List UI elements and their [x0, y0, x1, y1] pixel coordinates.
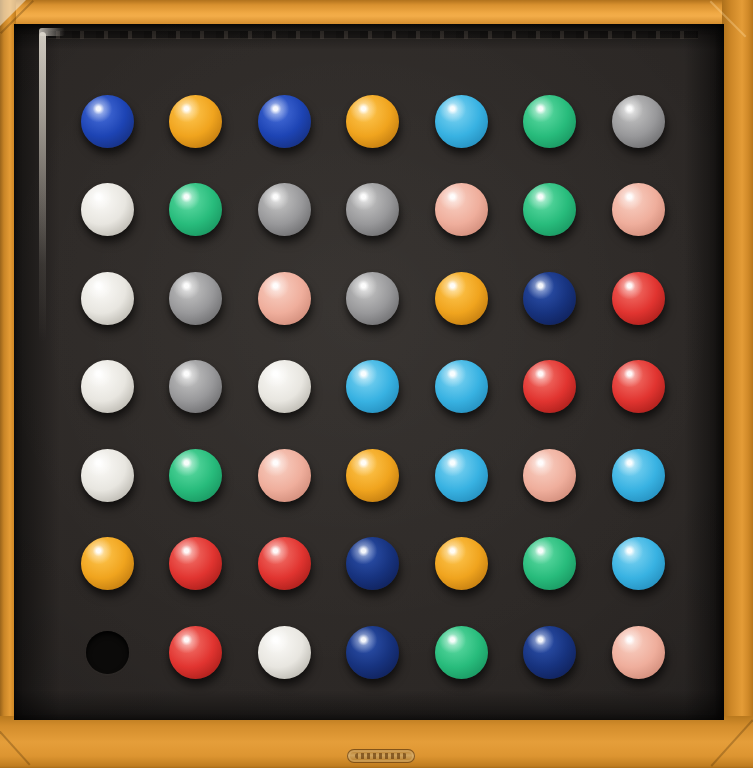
cell-r7c4[interactable]: [329, 608, 418, 697]
cell-r7c3[interactable]: [240, 608, 329, 697]
marble-green[interactable]: [435, 626, 488, 679]
marble-cyan[interactable]: [435, 95, 488, 148]
cell-r7c1[interactable]: [63, 608, 152, 697]
marble-blue[interactable]: [523, 626, 576, 679]
box-rim-right: [722, 0, 753, 768]
cell-r6c7[interactable]: [594, 520, 683, 609]
box-corner-highlight: [0, 0, 26, 26]
marble-white[interactable]: [258, 626, 311, 679]
cell-r1c2[interactable]: [152, 77, 241, 166]
marble-cyan[interactable]: [612, 537, 665, 590]
marble-gray[interactable]: [169, 360, 222, 413]
cell-r4c7[interactable]: [594, 343, 683, 432]
marble-green[interactable]: [169, 449, 222, 502]
marble-blue[interactable]: [346, 626, 399, 679]
marble-blue[interactable]: [346, 537, 399, 590]
cell-r6c1[interactable]: [63, 520, 152, 609]
cell-r7c2[interactable]: [152, 608, 241, 697]
marble-cyan[interactable]: [612, 449, 665, 502]
cell-r4c5[interactable]: [417, 343, 506, 432]
marble-yellow[interactable]: [81, 537, 134, 590]
marble-red[interactable]: [169, 626, 222, 679]
marble-white[interactable]: [81, 360, 134, 413]
marble-cyan[interactable]: [435, 360, 488, 413]
cell-r1c3[interactable]: [240, 77, 329, 166]
marble-cyan[interactable]: [435, 449, 488, 502]
cell-r4c4[interactable]: [329, 343, 418, 432]
cell-r3c4[interactable]: [329, 254, 418, 343]
marble-pink[interactable]: [612, 626, 665, 679]
cell-r1c7[interactable]: [594, 77, 683, 166]
marble-blue[interactable]: [523, 272, 576, 325]
marble-gray[interactable]: [346, 183, 399, 236]
cell-r5c4[interactable]: [329, 431, 418, 520]
cell-r4c2[interactable]: [152, 343, 241, 432]
embossed-oval-stamp-icon: [347, 749, 415, 763]
marble-yellow[interactable]: [169, 95, 222, 148]
cell-r3c6[interactable]: [506, 254, 595, 343]
marble-blue[interactable]: [258, 95, 311, 148]
cell-r3c3[interactable]: [240, 254, 329, 343]
box-rim-top: [0, 0, 753, 27]
cell-r3c5[interactable]: [417, 254, 506, 343]
cell-r5c5[interactable]: [417, 431, 506, 520]
cell-r7c7[interactable]: [594, 608, 683, 697]
cell-r6c5[interactable]: [417, 520, 506, 609]
cell-r3c7[interactable]: [594, 254, 683, 343]
marble-yellow[interactable]: [346, 449, 399, 502]
marble-white[interactable]: [258, 360, 311, 413]
marble-gray[interactable]: [612, 95, 665, 148]
cell-r5c7[interactable]: [594, 431, 683, 520]
cell-r6c3[interactable]: [240, 520, 329, 609]
cell-r2c6[interactable]: [506, 166, 595, 255]
cell-r2c4[interactable]: [329, 166, 418, 255]
marble-blue[interactable]: [81, 95, 134, 148]
marble-red[interactable]: [523, 360, 576, 413]
marble-grid: [63, 77, 683, 697]
marble-green[interactable]: [169, 183, 222, 236]
cell-r1c5[interactable]: [417, 77, 506, 166]
marble-green[interactable]: [523, 537, 576, 590]
marble-red[interactable]: [612, 360, 665, 413]
marble-red[interactable]: [258, 537, 311, 590]
marble-pink[interactable]: [435, 183, 488, 236]
cell-r4c1[interactable]: [63, 343, 152, 432]
marble-yellow[interactable]: [435, 272, 488, 325]
cell-r6c4[interactable]: [329, 520, 418, 609]
cell-r1c4[interactable]: [329, 77, 418, 166]
marble-red[interactable]: [612, 272, 665, 325]
cell-r5c6[interactable]: [506, 431, 595, 520]
cell-r3c1[interactable]: [63, 254, 152, 343]
cell-r1c6[interactable]: [506, 77, 595, 166]
marble-white[interactable]: [81, 272, 134, 325]
cell-r2c3[interactable]: [240, 166, 329, 255]
tray-liner-corner-highlight: [39, 28, 65, 36]
marble-cyan[interactable]: [346, 360, 399, 413]
cell-r4c3[interactable]: [240, 343, 329, 432]
marble-pink[interactable]: [612, 183, 665, 236]
marble-pink[interactable]: [258, 449, 311, 502]
tray-liner-highlight: [39, 32, 46, 342]
cell-r1c1[interactable]: [63, 77, 152, 166]
cell-r5c2[interactable]: [152, 431, 241, 520]
cell-r2c5[interactable]: [417, 166, 506, 255]
marble-white[interactable]: [81, 449, 134, 502]
tray-top-wall-edge: [48, 31, 698, 39]
cell-r2c7[interactable]: [594, 166, 683, 255]
cell-r5c3[interactable]: [240, 431, 329, 520]
cell-r7c5[interactable]: [417, 608, 506, 697]
marble-green[interactable]: [523, 95, 576, 148]
cell-r4c6[interactable]: [506, 343, 595, 432]
marble-pink[interactable]: [523, 449, 576, 502]
cell-r6c6[interactable]: [506, 520, 595, 609]
marble-red[interactable]: [169, 537, 222, 590]
marble-pink[interactable]: [258, 272, 311, 325]
marble-yellow[interactable]: [346, 95, 399, 148]
cell-r3c2[interactable]: [152, 254, 241, 343]
cell-r7c6[interactable]: [506, 608, 595, 697]
cell-r5c1[interactable]: [63, 431, 152, 520]
cell-r2c1[interactable]: [63, 166, 152, 255]
marble-white[interactable]: [81, 183, 134, 236]
marble-gray[interactable]: [258, 183, 311, 236]
marble-gray[interactable]: [169, 272, 222, 325]
cell-r2c2[interactable]: [152, 166, 241, 255]
empty-hole[interactable]: [86, 631, 129, 674]
cell-r6c2[interactable]: [152, 520, 241, 609]
marble-gray[interactable]: [346, 272, 399, 325]
game-box: [0, 0, 753, 768]
marble-yellow[interactable]: [435, 537, 488, 590]
marble-green[interactable]: [523, 183, 576, 236]
